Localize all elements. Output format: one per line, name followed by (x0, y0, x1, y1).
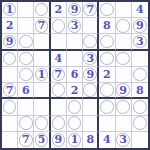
cell-r8c5[interactable] (67, 116, 83, 132)
given-digit: 3 (71, 20, 79, 31)
cell-r1c9[interactable]: 4 (132, 2, 148, 18)
odd-cell-circle (100, 52, 114, 66)
cell-r5c4[interactable]: 7 (51, 67, 67, 83)
given-digit: 2 (6, 20, 14, 31)
cell-r8c1[interactable] (2, 116, 18, 132)
sudoku-board: 1297427389934317692762987591843 (0, 0, 150, 150)
cell-r9c8[interactable]: 3 (116, 132, 132, 148)
odd-cell-circle (52, 19, 66, 33)
cell-r3c5[interactable] (67, 34, 83, 50)
odd-cell-circle (133, 68, 147, 82)
cell-r3c7[interactable] (99, 34, 115, 50)
odd-cell-circle (52, 83, 66, 97)
cell-r1c4[interactable]: 2 (51, 2, 67, 18)
cell-r2c5[interactable]: 3 (67, 18, 83, 34)
cell-r1c7[interactable] (99, 2, 115, 18)
cell-r9c2[interactable]: 7 (18, 132, 34, 148)
cell-r8c8[interactable] (116, 116, 132, 132)
cell-r6c1[interactable]: 7 (2, 83, 18, 99)
cell-r9c6[interactable]: 8 (83, 132, 99, 148)
cell-r5c5[interactable]: 6 (67, 67, 83, 83)
cell-r1c5[interactable]: 9 (67, 2, 83, 18)
cell-r7c8[interactable] (116, 99, 132, 115)
given-digit: 9 (119, 85, 127, 96)
cell-r4c9[interactable] (132, 51, 148, 67)
given-digit: 3 (86, 53, 94, 64)
given-digit: 8 (86, 134, 94, 145)
cell-r2c1[interactable]: 2 (2, 18, 18, 34)
given-digit: 7 (6, 85, 14, 96)
odd-cell-circle (19, 52, 33, 66)
cell-r2c3[interactable]: 7 (34, 18, 50, 34)
odd-cell-circle (100, 100, 114, 114)
cell-r9c7[interactable]: 4 (99, 132, 115, 148)
odd-cell-circle (133, 116, 147, 130)
cell-r5c2[interactable] (18, 67, 34, 83)
given-digit: 1 (38, 69, 46, 80)
cell-r2c2[interactable] (18, 18, 34, 34)
cell-r1c8[interactable] (116, 2, 132, 18)
cell-r7c3[interactable] (34, 99, 50, 115)
given-digit: 9 (6, 36, 14, 47)
cell-r1c6[interactable]: 7 (83, 2, 99, 18)
cell-r9c4[interactable]: 9 (51, 132, 67, 148)
cell-r1c2[interactable] (18, 2, 34, 18)
given-digit: 2 (54, 4, 62, 15)
cell-r9c1[interactable] (2, 132, 18, 148)
cell-r5c6[interactable]: 9 (83, 67, 99, 83)
given-digit: 1 (6, 4, 14, 15)
cell-r5c9[interactable] (132, 67, 148, 83)
cell-r7c7[interactable] (99, 99, 115, 115)
odd-cell-circle (83, 35, 97, 49)
cell-r3c6[interactable] (83, 34, 99, 50)
cell-r8c2[interactable] (18, 116, 34, 132)
cell-r4c6[interactable]: 3 (83, 51, 99, 67)
odd-cell-circle (133, 100, 147, 114)
odd-cell-circle (19, 116, 33, 130)
cell-r4c2[interactable] (18, 51, 34, 67)
given-digit: 3 (119, 134, 127, 145)
cell-r5c7[interactable]: 2 (99, 67, 115, 83)
given-digit: 7 (22, 134, 30, 145)
given-digit: 2 (71, 85, 79, 96)
odd-cell-circle (3, 100, 17, 114)
cell-r1c1[interactable]: 1 (2, 2, 18, 18)
cell-r5c8[interactable] (116, 67, 132, 83)
given-digit: 6 (22, 85, 30, 96)
cell-r4c5[interactable] (67, 51, 83, 67)
cell-r6c8[interactable]: 9 (116, 83, 132, 99)
given-digit: 4 (103, 134, 111, 145)
cell-r2c4[interactable] (51, 18, 67, 34)
cell-r4c3[interactable] (34, 51, 50, 67)
cell-r3c8[interactable] (116, 34, 132, 50)
cell-r3c3[interactable] (34, 34, 50, 50)
given-digit: 6 (71, 69, 79, 80)
cell-r8c4[interactable] (51, 116, 67, 132)
given-digit: 8 (103, 20, 111, 31)
given-digit: 7 (86, 4, 94, 15)
odd-cell-circle (68, 100, 82, 114)
cell-r6c9[interactable]: 8 (132, 83, 148, 99)
cell-r5c1[interactable] (2, 67, 18, 83)
odd-cell-circle (100, 83, 114, 97)
given-digit: 9 (136, 20, 144, 31)
cell-r4c7[interactable] (99, 51, 115, 67)
cell-r7c1[interactable] (2, 99, 18, 115)
cell-r7c4[interactable] (51, 99, 67, 115)
cell-r6c3[interactable] (34, 83, 50, 99)
given-digit: 9 (71, 4, 79, 15)
cell-r9c5[interactable]: 1 (67, 132, 83, 148)
odd-cell-circle (3, 52, 17, 66)
cell-r4c1[interactable] (2, 51, 18, 67)
given-digit: 2 (103, 69, 111, 80)
odd-cell-circle (100, 3, 114, 17)
cell-r7c9[interactable] (132, 99, 148, 115)
odd-cell-circle (116, 19, 130, 33)
odd-cell-circle (19, 35, 33, 49)
cell-r3c9[interactable]: 3 (132, 34, 148, 50)
given-digit: 1 (71, 134, 79, 145)
given-digit: 4 (136, 4, 144, 15)
odd-cell-circle (68, 116, 82, 130)
cell-r6c6[interactable] (83, 83, 99, 99)
cell-r7c6[interactable] (83, 99, 99, 115)
cell-r3c4[interactable] (51, 34, 67, 50)
cell-r7c5[interactable] (67, 99, 83, 115)
given-digit: 9 (86, 69, 94, 80)
odd-cell-circle (116, 52, 130, 66)
cell-r2c9[interactable]: 9 (132, 18, 148, 34)
cell-r2c8[interactable] (116, 18, 132, 34)
cell-r8c9[interactable] (132, 116, 148, 132)
cell-r4c8[interactable] (116, 51, 132, 67)
cell-r6c2[interactable]: 6 (18, 83, 34, 99)
odd-cell-circle (116, 100, 130, 114)
cell-r6c5[interactable]: 2 (67, 83, 83, 99)
given-digit: 5 (38, 134, 46, 145)
odd-cell-circle (83, 83, 97, 97)
odd-cell-circle (52, 116, 66, 130)
odd-cell-circle (35, 116, 49, 130)
cell-r8c7[interactable] (99, 116, 115, 132)
odd-cell-circle (35, 3, 49, 17)
given-digit: 9 (54, 134, 62, 145)
cell-r9c9[interactable] (132, 132, 148, 148)
cell-r4c4[interactable]: 4 (51, 51, 67, 67)
cell-r8c3[interactable] (34, 116, 50, 132)
odd-cell-circle (100, 35, 114, 49)
given-digit: 7 (38, 20, 46, 31)
cell-r3c1[interactable]: 9 (2, 34, 18, 50)
cell-r2c6[interactable] (83, 18, 99, 34)
cell-r7c2[interactable] (18, 99, 34, 115)
cell-r3c2[interactable] (18, 34, 34, 50)
cell-r2c7[interactable]: 8 (99, 18, 115, 34)
cell-r6c4[interactable] (51, 83, 67, 99)
cell-r5c3[interactable]: 1 (34, 67, 50, 83)
cell-r8c6[interactable] (83, 116, 99, 132)
given-digit: 3 (136, 36, 144, 47)
cell-r6c7[interactable] (99, 83, 115, 99)
given-digit: 8 (136, 85, 144, 96)
given-digit: 7 (54, 69, 62, 80)
cell-r1c3[interactable] (34, 2, 50, 18)
cell-r9c3[interactable]: 5 (34, 132, 50, 148)
given-digit: 4 (54, 53, 62, 64)
odd-cell-circle (19, 68, 33, 82)
